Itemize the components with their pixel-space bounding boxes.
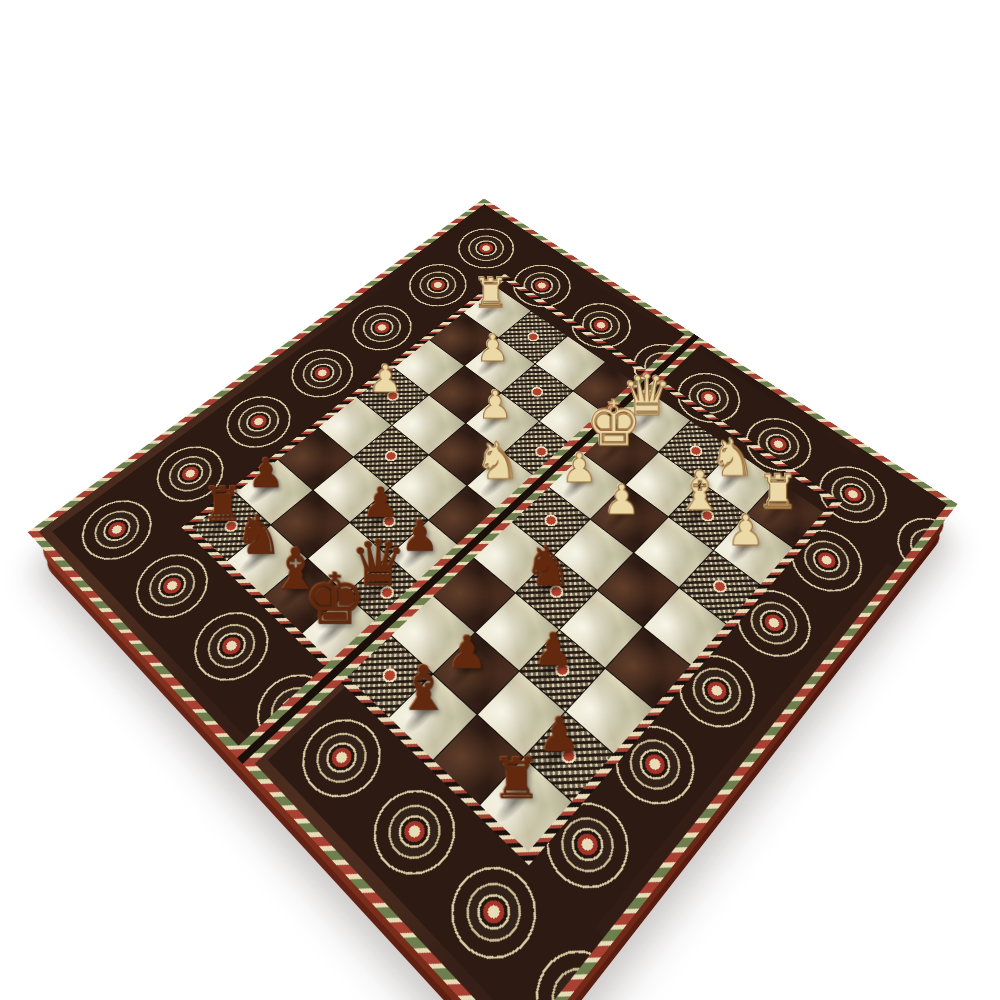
chess-board: ♜♝♚♝♞♜♟♟♛♟♟♟♟♞♞♟♟♟♟♟♝♚♟♜♞♛♜ <box>28 198 958 1000</box>
scene: ♜♝♚♝♞♜♟♟♛♟♟♟♟♞♞♟♟♟♟♟♝♚♟♜♞♛♜ <box>147 168 847 868</box>
product-photo: ♜♝♚♝♞♜♟♟♛♟♟♟♟♞♞♟♟♟♟♟♝♚♟♜♞♛♜ <box>0 0 1000 1000</box>
